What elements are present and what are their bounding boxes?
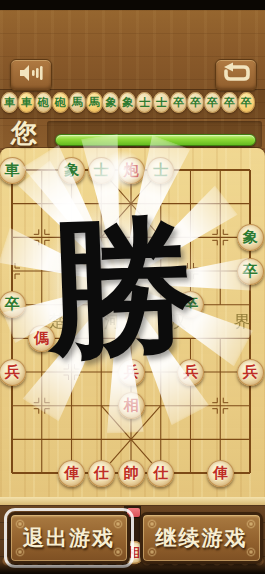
river-text: 河 bbox=[104, 310, 121, 333]
board-piece-兵[interactable]: 兵 bbox=[237, 359, 264, 386]
board-piece-相[interactable]: 相 bbox=[118, 392, 145, 419]
board-piece-卒[interactable]: 卒 bbox=[177, 291, 204, 318]
board-piece-象[interactable]: 象 bbox=[237, 224, 264, 251]
board-piece-俥[interactable]: 俥 bbox=[207, 460, 234, 487]
exit-game-button[interactable]: 退出游戏 bbox=[8, 512, 130, 564]
captured-piece: 馬 bbox=[86, 92, 103, 113]
board-piece-仕[interactable]: 仕 bbox=[147, 460, 174, 487]
xiangqi-board[interactable]: 楚河汉界車象士炮士象卒卒卒傌兵兵兵兵相俥仕帥仕俥 bbox=[0, 148, 265, 497]
captured-piece: 砲 bbox=[35, 92, 52, 113]
board-piece-帥[interactable]: 帥 bbox=[118, 460, 145, 487]
app-screen: 車車砲砲馬馬象象士士卒卒卒卒卒 您 楚河汉界車象士炮士象卒卒卒傌兵兵兵兵相俥仕帥… bbox=[0, 0, 265, 574]
captured-piece: 卒 bbox=[238, 92, 255, 113]
captured-piece: 馬 bbox=[69, 92, 86, 113]
captured-piece: 車 bbox=[1, 92, 18, 113]
river-text: 界 bbox=[234, 310, 251, 333]
captured-piece: 卒 bbox=[170, 92, 187, 113]
continue-game-label: 继续游戏 bbox=[156, 524, 248, 552]
board-piece-卒[interactable]: 卒 bbox=[237, 258, 264, 285]
sound-button[interactable] bbox=[10, 59, 52, 91]
board-piece-兵[interactable]: 兵 bbox=[0, 359, 26, 386]
back-button[interactable] bbox=[215, 59, 257, 91]
player-progress-fill bbox=[55, 134, 256, 146]
board-piece-俥[interactable]: 俥 bbox=[58, 460, 85, 487]
board-piece-兵[interactable]: 兵 bbox=[118, 359, 145, 386]
exit-game-label: 退出游戏 bbox=[23, 524, 115, 552]
speaker-icon bbox=[18, 63, 44, 87]
board-piece-兵[interactable]: 兵 bbox=[177, 359, 204, 386]
board-piece-傌[interactable]: 傌 bbox=[28, 325, 55, 352]
captured-piece: 卒 bbox=[204, 92, 221, 113]
board-piece-炮[interactable]: 炮 bbox=[118, 157, 145, 184]
captured-piece: 砲 bbox=[52, 92, 69, 113]
player-label: 您 bbox=[11, 116, 37, 151]
captured-piece: 車 bbox=[18, 92, 35, 113]
board-piece-士[interactable]: 士 bbox=[147, 157, 174, 184]
continue-game-button[interactable]: 继续游戏 bbox=[140, 512, 263, 564]
board-piece-車[interactable]: 車 bbox=[0, 157, 26, 184]
player-progress-track bbox=[47, 121, 262, 148]
captured-piece: 卒 bbox=[221, 92, 238, 113]
board-piece-仕[interactable]: 仕 bbox=[88, 460, 115, 487]
return-icon bbox=[221, 62, 251, 88]
board-piece-卒[interactable]: 卒 bbox=[0, 291, 26, 318]
board-grid bbox=[0, 148, 265, 497]
captured-piece: 卒 bbox=[187, 92, 204, 113]
board-piece-士[interactable]: 士 bbox=[88, 157, 115, 184]
board-piece-象[interactable]: 象 bbox=[58, 157, 85, 184]
captured-piece: 士 bbox=[153, 92, 170, 113]
status-bar bbox=[0, 0, 265, 10]
